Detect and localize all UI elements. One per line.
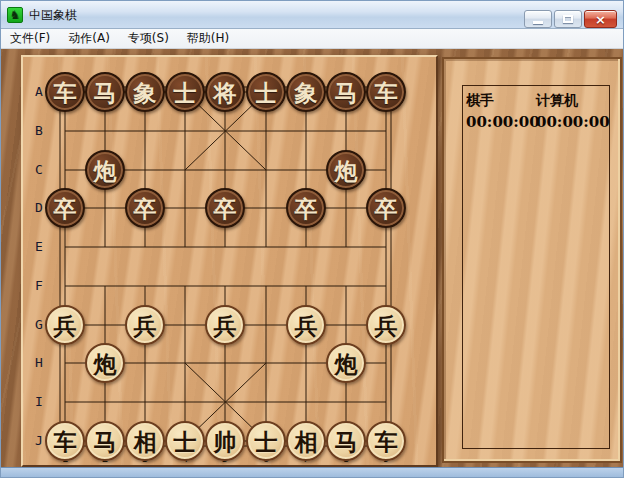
piece-black-卒[interactable]: 卒 — [125, 188, 165, 228]
piece-red-车[interactable]: 车 — [366, 421, 406, 461]
app-window: ♞ 中国象棋 × 文件(F) 动作(A) 专项(S) 帮助(H) ABCDEFG… — [0, 0, 624, 478]
piece-black-士[interactable]: 士 — [165, 72, 205, 112]
player-label: 棋手 — [466, 92, 536, 110]
window-bottom-border — [1, 467, 623, 477]
timer-box: 棋手 计算机 00:00:00 00:00:00 — [462, 85, 610, 449]
piece-black-象[interactable]: 象 — [125, 72, 165, 112]
close-icon: × — [595, 13, 606, 26]
piece-red-兵[interactable]: 兵 — [366, 305, 406, 345]
row-label-E: E — [31, 239, 47, 254]
menu-file[interactable]: 文件(F) — [1, 28, 59, 49]
piece-red-帅[interactable]: 帅 — [205, 421, 245, 461]
info-panel: 棋手 计算机 00:00:00 00:00:00 — [442, 57, 622, 463]
piece-red-兵[interactable]: 兵 — [205, 305, 245, 345]
menu-bar: 文件(F) 动作(A) 专项(S) 帮助(H) — [1, 29, 623, 49]
window-controls: × — [524, 10, 617, 28]
close-button[interactable]: × — [584, 10, 617, 28]
piece-red-马[interactable]: 马 — [85, 421, 125, 461]
menu-help[interactable]: 帮助(H) — [178, 28, 238, 49]
piece-black-卒[interactable]: 卒 — [366, 188, 406, 228]
computer-label: 计算机 — [536, 92, 606, 110]
piece-black-卒[interactable]: 卒 — [205, 188, 245, 228]
piece-black-炮[interactable]: 炮 — [326, 150, 366, 190]
board-grid — [23, 57, 436, 465]
title-bar[interactable]: ♞ 中国象棋 × — [1, 1, 623, 29]
minimize-button[interactable] — [524, 10, 552, 28]
piece-red-车[interactable]: 车 — [45, 421, 85, 461]
row-label-C: C — [31, 162, 47, 177]
piece-red-兵[interactable]: 兵 — [45, 305, 85, 345]
row-label-F: F — [31, 278, 47, 293]
piece-black-象[interactable]: 象 — [286, 72, 326, 112]
piece-red-兵[interactable]: 兵 — [286, 305, 326, 345]
piece-black-马[interactable]: 马 — [326, 72, 366, 112]
minimize-icon — [533, 21, 543, 24]
xiangqi-board[interactable]: ABCDEFGHIJ123456789车马象士将士象马车炮炮卒卒卒卒卒兵兵兵兵兵… — [21, 55, 438, 467]
piece-red-炮[interactable]: 炮 — [85, 343, 125, 383]
menu-action[interactable]: 动作(A) — [59, 28, 119, 49]
piece-red-马[interactable]: 马 — [326, 421, 366, 461]
piece-black-马[interactable]: 马 — [85, 72, 125, 112]
row-label-H: H — [31, 355, 47, 370]
piece-red-炮[interactable]: 炮 — [326, 343, 366, 383]
player-time: 00:00:00 — [466, 113, 536, 131]
menu-options[interactable]: 专项(S) — [119, 28, 178, 49]
window-title: 中国象棋 — [29, 7, 77, 24]
row-label-I: I — [31, 394, 47, 409]
piece-black-卒[interactable]: 卒 — [286, 188, 326, 228]
piece-black-车[interactable]: 车 — [45, 72, 85, 112]
piece-black-将[interactable]: 将 — [205, 72, 245, 112]
client-area: ABCDEFGHIJ123456789车马象士将士象马车炮炮卒卒卒卒卒兵兵兵兵兵… — [1, 49, 623, 469]
maximize-icon — [563, 15, 573, 23]
timer-labels-row: 棋手 计算机 — [466, 92, 606, 110]
timer-values-row: 00:00:00 00:00:00 — [466, 113, 606, 131]
piece-red-相[interactable]: 相 — [125, 421, 165, 461]
piece-red-相[interactable]: 相 — [286, 421, 326, 461]
piece-red-兵[interactable]: 兵 — [125, 305, 165, 345]
piece-black-卒[interactable]: 卒 — [45, 188, 85, 228]
piece-red-士[interactable]: 士 — [246, 421, 286, 461]
computer-time: 00:00:00 — [536, 113, 610, 131]
maximize-button[interactable] — [554, 10, 582, 28]
row-label-B: B — [31, 123, 47, 138]
app-icon: ♞ — [7, 7, 23, 23]
piece-black-车[interactable]: 车 — [366, 72, 406, 112]
piece-black-炮[interactable]: 炮 — [85, 150, 125, 190]
piece-black-士[interactable]: 士 — [246, 72, 286, 112]
piece-red-士[interactable]: 士 — [165, 421, 205, 461]
